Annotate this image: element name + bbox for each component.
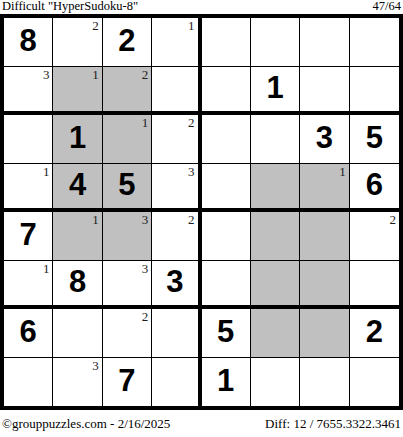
cell-r2c6[interactable]: 1 [251,67,300,116]
pencil-mark: 1 [339,164,346,179]
cell-value: 8 [69,266,86,297]
cell-value: 8 [20,25,37,56]
cell-r1c3[interactable]: 2 [103,18,152,67]
cell-r8c7[interactable] [300,358,349,407]
cell-r3c4[interactable]: 2 [152,115,201,164]
cell-r6c2[interactable]: 8 [53,261,102,310]
pencil-mark: 3 [43,67,50,82]
header: Difficult "HyperSudoku-8" 47/64 [0,0,403,14]
cell-r1c1[interactable]: 8 [4,18,53,67]
progress-counter: 47/64 [373,0,401,13]
cell-r6c1[interactable]: 1 [4,261,53,310]
pencil-mark: 3 [142,212,149,227]
cell-r6c3[interactable]: 3 [103,261,152,310]
cell-value: 1 [217,365,234,396]
cell-r4c2[interactable]: 4 [53,164,102,213]
cell-r6c5[interactable] [202,261,251,310]
cell-r5c6[interactable] [251,212,300,261]
cell-value: 1 [266,72,283,103]
cell-r4c3[interactable]: 5 [103,164,152,213]
cell-r5c5[interactable] [202,212,251,261]
cell-value: 5 [217,316,234,347]
pencil-mark: 3 [188,164,195,179]
difficulty-text: Diff: 12 / 7655.3322.3461 [265,417,401,431]
cell-r1c4[interactable]: 1 [152,18,201,67]
pencil-mark: 2 [188,212,195,227]
pencil-mark: 1 [92,212,99,227]
cell-r4c5[interactable] [202,164,251,213]
cell-r7c7[interactable] [300,309,349,358]
cell-r8c2[interactable]: 3 [53,358,102,407]
puzzle-title: Difficult "HyperSudoku-8" [2,0,138,13]
cell-r2c7[interactable] [300,67,349,116]
pencil-mark: 2 [142,309,149,324]
cell-r7c1[interactable]: 6 [4,309,53,358]
cell-value: 3 [316,122,333,153]
cell-r4c1[interactable]: 1 [4,164,53,213]
cell-r3c1[interactable] [4,115,53,164]
pencil-mark: 1 [92,67,99,82]
cell-r3c5[interactable] [202,115,251,164]
cell-r7c4[interactable] [152,309,201,358]
cell-r8c6[interactable] [251,358,300,407]
cell-value: 7 [118,365,135,396]
cell-value: 1 [69,122,86,153]
pencil-mark: 2 [188,115,195,130]
cell-r5c4[interactable]: 2 [152,212,201,261]
pencil-mark: 2 [390,212,397,227]
cell-r7c5[interactable]: 5 [202,309,251,358]
cell-r7c6[interactable] [251,309,300,358]
cell-r8c1[interactable] [4,358,53,407]
cell-value: 6 [20,316,37,347]
cell-r1c5[interactable] [202,18,251,67]
copyright-text: ©grouppuzzles.com - 2/16/2025 [2,417,170,431]
cell-r6c4[interactable]: 3 [152,261,201,310]
cell-r2c8[interactable] [350,67,399,116]
board: 82213121112351453167132218336252371 [0,14,403,410]
cell-r5c3[interactable]: 3 [103,212,152,261]
cell-value: 5 [366,122,383,153]
cell-r6c7[interactable] [300,261,349,310]
cell-value: 6 [366,169,383,200]
cell-value: 7 [20,219,37,250]
cell-r4c4[interactable]: 3 [152,164,201,213]
cell-r6c6[interactable] [251,261,300,310]
cell-r1c7[interactable] [300,18,349,67]
cell-r8c4[interactable] [152,358,201,407]
cell-r7c2[interactable] [53,309,102,358]
cell-value: 5 [118,169,135,200]
pencil-mark: 2 [142,67,149,82]
cell-r8c3[interactable]: 7 [103,358,152,407]
cell-r2c4[interactable] [152,67,201,116]
footer: ©grouppuzzles.com - 2/16/2025 Diff: 12 /… [0,415,403,433]
cell-r2c1[interactable]: 3 [4,67,53,116]
pencil-mark: 1 [43,261,50,276]
cell-r2c5[interactable] [202,67,251,116]
cell-r7c8[interactable]: 2 [350,309,399,358]
cell-r3c8[interactable]: 5 [350,115,399,164]
cell-value: 4 [69,169,86,200]
pencil-mark: 1 [43,164,50,179]
cell-r3c2[interactable]: 1 [53,115,102,164]
cell-r4c6[interactable] [251,164,300,213]
pencil-mark: 2 [92,18,99,33]
cell-r2c2[interactable]: 1 [53,67,102,116]
cell-r6c8[interactable] [350,261,399,310]
cell-r4c8[interactable]: 6 [350,164,399,213]
cell-r3c6[interactable] [251,115,300,164]
cell-r1c8[interactable] [350,18,399,67]
cell-r2c3[interactable]: 2 [103,67,152,116]
cell-value: 2 [366,316,383,347]
cell-r5c2[interactable]: 1 [53,212,102,261]
cell-r8c5[interactable]: 1 [202,358,251,407]
cell-r1c6[interactable] [251,18,300,67]
pencil-mark: 1 [188,18,195,33]
cell-r3c3[interactable]: 1 [103,115,152,164]
cell-r5c1[interactable]: 7 [4,212,53,261]
cell-r4c7[interactable]: 1 [300,164,349,213]
cell-r7c3[interactable]: 2 [103,309,152,358]
cell-value: 2 [118,25,135,56]
cell-r5c8[interactable]: 2 [350,212,399,261]
pencil-mark: 1 [142,115,149,130]
cell-r3c7[interactable]: 3 [300,115,349,164]
cell-value: 3 [166,266,183,297]
pencil-mark: 3 [92,358,99,373]
cell-r1c2[interactable]: 2 [53,18,102,67]
cell-r8c8[interactable] [350,358,399,407]
pencil-mark: 3 [142,261,149,276]
cell-r5c7[interactable] [300,212,349,261]
